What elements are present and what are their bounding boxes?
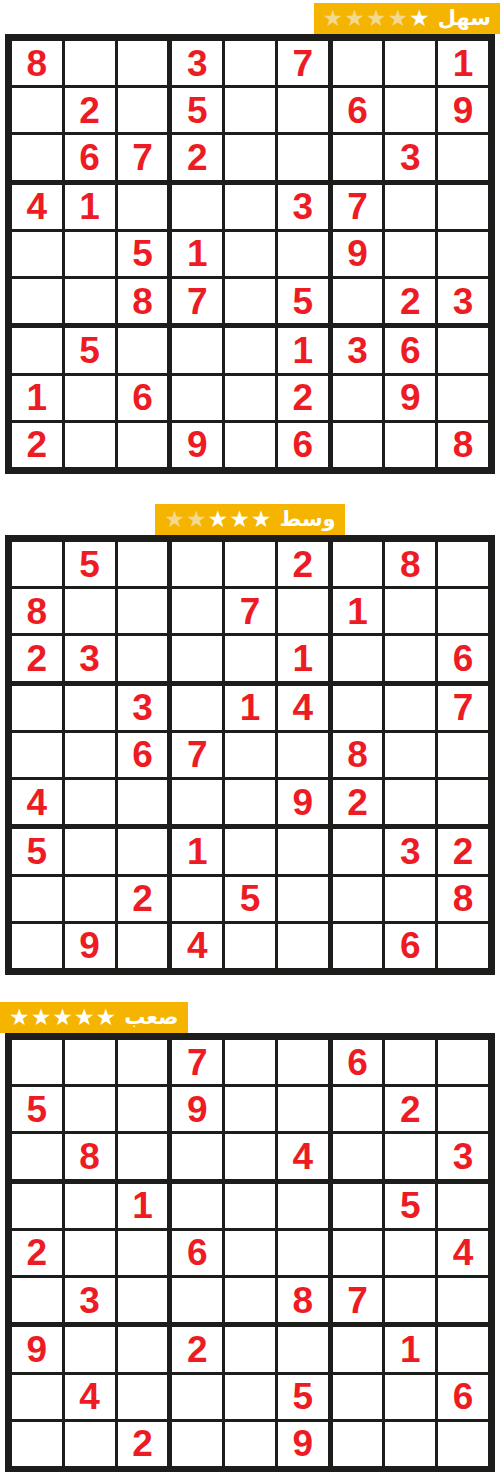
cell-r8c8[interactable]: 9: [385, 376, 435, 420]
sudoku-box: 4158: [12, 185, 167, 324]
cell-r9c1[interactable]: 2: [12, 423, 62, 467]
cell-r9c2[interactable]: [65, 423, 115, 467]
cell-r5c1[interactable]: [12, 733, 62, 777]
cell-r7c4[interactable]: 2: [172, 1327, 222, 1371]
cell-r1c4[interactable]: 3: [172, 41, 222, 85]
cell-r1c6[interactable]: 7: [278, 41, 328, 85]
cell-r6c4[interactable]: [172, 780, 222, 824]
cell-r6c7[interactable]: 2: [333, 780, 383, 824]
cell-r5c5[interactable]: [225, 1231, 275, 1275]
cell-r5c8[interactable]: [385, 232, 435, 276]
cell-r9c6[interactable]: 6: [278, 423, 328, 467]
cell-r6c2[interactable]: [65, 279, 115, 323]
cell-r4c7[interactable]: [333, 1184, 383, 1228]
cell-r5c2[interactable]: [65, 1231, 115, 1275]
cell-r8c1[interactable]: [12, 1375, 62, 1419]
cell-r8c4[interactable]: [172, 376, 222, 420]
difficulty-stars: ★★★★★: [164, 508, 271, 531]
cell-r4c8[interactable]: [385, 686, 435, 730]
sudoku-box: 154: [172, 829, 327, 968]
cell-r7c8[interactable]: 1: [385, 1327, 435, 1371]
cell-r3c2[interactable]: 3: [65, 636, 115, 680]
banner-row-easy: ★★★★★ سهل: [0, 3, 500, 34]
cell-r4c1[interactable]: 4: [12, 185, 62, 229]
cell-r3c3[interactable]: 7: [118, 135, 168, 179]
cell-r3c5[interactable]: [225, 1134, 275, 1178]
cell-r2c7[interactable]: 1: [333, 589, 383, 633]
cell-r8c5[interactable]: [225, 376, 275, 420]
cell-r8c6[interactable]: [278, 877, 328, 921]
cell-r7c8[interactable]: 6: [385, 328, 435, 372]
cell-r9c9[interactable]: [438, 924, 488, 968]
cell-r7c1[interactable]: [12, 328, 62, 372]
cell-r9c4[interactable]: 9: [172, 423, 222, 467]
cell-r8c2[interactable]: [65, 376, 115, 420]
cell-r3c9[interactable]: 3: [438, 1134, 488, 1178]
cell-r5c9[interactable]: [438, 733, 488, 777]
cell-r2c8[interactable]: [385, 589, 435, 633]
cell-r4c9[interactable]: 7: [438, 686, 488, 730]
cell-r7c5[interactable]: [225, 1327, 275, 1371]
star-empty-icon: ★: [323, 7, 344, 30]
cell-r9c6[interactable]: [278, 924, 328, 968]
cell-r5c3[interactable]: [118, 1231, 168, 1275]
cell-r6c6[interactable]: 9: [278, 780, 328, 824]
cell-r9c8[interactable]: 6: [385, 924, 435, 968]
star-empty-icon: ★: [387, 7, 408, 30]
sudoku-box: 623: [333, 1040, 488, 1179]
cell-r6c3[interactable]: 8: [118, 279, 168, 323]
puzzle-hard: ★★★★★ صعب 587946231236854794225916: [0, 1002, 500, 1472]
cell-r1c3[interactable]: [118, 41, 168, 85]
cell-r6c4[interactable]: [172, 1278, 222, 1322]
cell-r5c5[interactable]: [225, 733, 275, 777]
cell-r7c7[interactable]: [333, 829, 383, 873]
cell-r2c9[interactable]: [438, 1087, 488, 1131]
cell-r6c6[interactable]: 5: [278, 279, 328, 323]
cell-r1c4[interactable]: [172, 542, 222, 586]
cell-r8c5[interactable]: [225, 1375, 275, 1419]
cell-r1c2[interactable]: [65, 41, 115, 85]
star-empty-icon: ★: [366, 7, 387, 30]
cell-r7c4[interactable]: 1: [172, 829, 222, 873]
difficulty-stars: ★★★★★: [323, 7, 430, 30]
cell-r6c3[interactable]: [118, 1278, 168, 1322]
cell-r4c4[interactable]: [172, 1184, 222, 1228]
cell-r8c3[interactable]: 2: [118, 877, 168, 921]
cell-r4c7[interactable]: [333, 686, 383, 730]
cell-r5c1[interactable]: [12, 232, 62, 276]
cell-r2c5[interactable]: 7: [225, 589, 275, 633]
sudoku-box: 123: [12, 1184, 167, 1323]
cell-r9c3[interactable]: 2: [118, 1422, 168, 1466]
cell-r9c9[interactable]: 8: [438, 423, 488, 467]
cell-r3c9[interactable]: 6: [438, 636, 488, 680]
cell-r9c2[interactable]: 9: [65, 924, 115, 968]
cell-r2c2[interactable]: [65, 589, 115, 633]
sudoku-box: 3752: [172, 41, 327, 180]
cell-r1c9[interactable]: [438, 542, 488, 586]
cell-r1c5[interactable]: [225, 1040, 275, 1084]
cell-r2c1[interactable]: 5: [12, 1087, 62, 1131]
cell-r3c1[interactable]: [12, 1134, 62, 1178]
cell-r6c7[interactable]: [333, 279, 383, 323]
difficulty-banner-hard: ★★★★★ صعب: [0, 1002, 188, 1033]
cell-r3c7[interactable]: [333, 135, 383, 179]
cell-r4c3[interactable]: 1: [118, 1184, 168, 1228]
cell-r4c4[interactable]: [172, 686, 222, 730]
cell-r9c7[interactable]: [333, 924, 383, 968]
cell-r5c2[interactable]: [65, 733, 115, 777]
star-filled-icon: ★: [229, 508, 250, 531]
cell-r2c7[interactable]: 6: [333, 88, 383, 132]
cell-r3c9[interactable]: [438, 135, 488, 179]
cell-r8c1[interactable]: [12, 877, 62, 921]
cell-r4c3[interactable]: [118, 185, 168, 229]
cell-r3c8[interactable]: [385, 636, 435, 680]
cell-r6c2[interactable]: [65, 780, 115, 824]
sudoku-box: 547: [333, 1184, 488, 1323]
cell-r5c7[interactable]: 9: [333, 232, 383, 276]
star-filled-icon: ★: [96, 1006, 117, 1029]
cell-r2c5[interactable]: [225, 1087, 275, 1131]
sudoku-box: 58: [12, 1040, 167, 1179]
cell-r7c3[interactable]: [118, 1327, 168, 1371]
star-empty-icon: ★: [344, 7, 365, 30]
cell-r3c7[interactable]: [333, 636, 383, 680]
cell-r2c1[interactable]: [12, 88, 62, 132]
cell-r1c4[interactable]: 7: [172, 1040, 222, 1084]
cell-r8c3[interactable]: [118, 1375, 168, 1419]
cell-r6c8[interactable]: [385, 780, 435, 824]
cell-r4c1[interactable]: [12, 1184, 62, 1228]
sudoku-box: 5823: [12, 542, 167, 681]
cell-r4c7[interactable]: 7: [333, 185, 383, 229]
cell-r9c2[interactable]: [65, 1422, 115, 1466]
cell-r5c4[interactable]: 6: [172, 1231, 222, 1275]
sudoku-box: 1693: [333, 41, 488, 180]
cell-r8c7[interactable]: [333, 877, 383, 921]
sudoku-box: 68: [172, 1184, 327, 1323]
sudoku-grid-easy: 826737521693415831757923516212963698: [5, 34, 495, 474]
cell-r1c8[interactable]: [385, 41, 435, 85]
cell-r8c4[interactable]: [172, 1375, 222, 1419]
sudoku-box: 7923: [333, 185, 488, 324]
cell-r6c5[interactable]: [225, 279, 275, 323]
sudoku-box: 259: [172, 1327, 327, 1466]
cell-r6c2[interactable]: 3: [65, 1278, 115, 1322]
cell-r2c6[interactable]: [278, 1087, 328, 1131]
cell-r2c1[interactable]: 8: [12, 589, 62, 633]
sudoku-box: 3698: [333, 328, 488, 467]
cell-r2c4[interactable]: 9: [172, 1087, 222, 1131]
cell-r3c5[interactable]: [225, 135, 275, 179]
cell-r7c1[interactable]: 9: [12, 1327, 62, 1371]
cell-r2c8[interactable]: 2: [385, 1087, 435, 1131]
cell-r6c4[interactable]: 7: [172, 279, 222, 323]
cell-r8c1[interactable]: 1: [12, 376, 62, 420]
star-empty-icon: ★: [186, 508, 207, 531]
star-filled-icon: ★: [9, 1006, 30, 1029]
sudoku-box: 3286: [333, 829, 488, 968]
sudoku-box: 816: [333, 542, 488, 681]
cell-r9c5[interactable]: [225, 924, 275, 968]
sudoku-grid-medium: 582327181636414797825291543286: [5, 535, 495, 975]
cell-r7c4[interactable]: [172, 328, 222, 372]
cell-r4c9[interactable]: [438, 1184, 488, 1228]
cell-r2c6[interactable]: [278, 589, 328, 633]
cell-r7c3[interactable]: [118, 829, 168, 873]
cell-r6c5[interactable]: [225, 780, 275, 824]
cell-r4c3[interactable]: 3: [118, 686, 168, 730]
sudoku-box: 529: [12, 829, 167, 968]
cell-r3c4[interactable]: 2: [172, 135, 222, 179]
cell-r8c9[interactable]: 8: [438, 877, 488, 921]
cell-r1c6[interactable]: [278, 1040, 328, 1084]
cell-r7c1[interactable]: 5: [12, 829, 62, 873]
cell-r8c7[interactable]: [333, 376, 383, 420]
sudoku-box: 782: [333, 686, 488, 825]
cell-r7c2[interactable]: [65, 1327, 115, 1371]
cell-r4c8[interactable]: [385, 185, 435, 229]
cell-r4c1[interactable]: [12, 686, 62, 730]
cell-r5c6[interactable]: [278, 232, 328, 276]
cell-r4c6[interactable]: 3: [278, 185, 328, 229]
cell-r5c9[interactable]: 4: [438, 1231, 488, 1275]
cell-r7c2[interactable]: [65, 829, 115, 873]
cell-r6c3[interactable]: [118, 780, 168, 824]
cell-r9c5[interactable]: [225, 1422, 275, 1466]
banner-row-hard: ★★★★★ صعب: [0, 1002, 500, 1033]
sudoku-box: 8267: [12, 41, 167, 180]
cell-r2c5[interactable]: [225, 88, 275, 132]
cell-r9c8[interactable]: [385, 423, 435, 467]
cell-r7c9[interactable]: 2: [438, 829, 488, 873]
cell-r2c2[interactable]: [65, 1087, 115, 1131]
cell-r4c2[interactable]: 1: [65, 185, 115, 229]
cell-r3c8[interactable]: [385, 1134, 435, 1178]
cell-r5c8[interactable]: [385, 733, 435, 777]
sudoku-page: ★★★★★ سهل 826737521693415831757923516212…: [0, 3, 500, 1472]
cell-r9c7[interactable]: [333, 423, 383, 467]
cell-r4c9[interactable]: [438, 185, 488, 229]
star-filled-icon: ★: [409, 7, 430, 30]
cell-r6c9[interactable]: 3: [438, 279, 488, 323]
cell-r2c9[interactable]: 9: [438, 88, 488, 132]
sudoku-box: 16: [333, 1327, 488, 1466]
cell-r5c2[interactable]: [65, 232, 115, 276]
cell-r6c6[interactable]: 8: [278, 1278, 328, 1322]
cell-r1c1[interactable]: 8: [12, 41, 62, 85]
cell-r5c4[interactable]: 7: [172, 733, 222, 777]
cell-r3c7[interactable]: [333, 1134, 383, 1178]
cell-r9c9[interactable]: [438, 1422, 488, 1466]
cell-r5c6[interactable]: [278, 733, 328, 777]
cell-r5c8[interactable]: [385, 1231, 435, 1275]
sudoku-grid-hard: 587946231236854794225916: [5, 1033, 495, 1472]
cell-r1c7[interactable]: [333, 41, 383, 85]
cell-r1c3[interactable]: [118, 542, 168, 586]
cell-r1c3[interactable]: [118, 1040, 168, 1084]
cell-r6c5[interactable]: [225, 1278, 275, 1322]
cell-r9c5[interactable]: [225, 423, 275, 467]
difficulty-banner-medium: ★★★★★ وسط: [155, 504, 344, 535]
cell-r7c8[interactable]: 3: [385, 829, 435, 873]
cell-r9c4[interactable]: [172, 1422, 222, 1466]
cell-r4c5[interactable]: [225, 1184, 275, 1228]
cell-r4c2[interactable]: [65, 1184, 115, 1228]
cell-r1c7[interactable]: [333, 542, 383, 586]
cell-r9c3[interactable]: [118, 924, 168, 968]
cell-r8c9[interactable]: [438, 376, 488, 420]
cell-r4c4[interactable]: [172, 185, 222, 229]
cell-r1c8[interactable]: 8: [385, 542, 435, 586]
cell-r7c9[interactable]: [438, 1327, 488, 1371]
cell-r5c3[interactable]: 6: [118, 733, 168, 777]
cell-r5c7[interactable]: [333, 1231, 383, 1275]
cell-r8c5[interactable]: 5: [225, 877, 275, 921]
cell-r6c9[interactable]: [438, 780, 488, 824]
cell-r5c1[interactable]: 2: [12, 1231, 62, 1275]
cell-r2c4[interactable]: 5: [172, 88, 222, 132]
cell-r3c1[interactable]: [12, 135, 62, 179]
cell-r9c7[interactable]: [333, 1422, 383, 1466]
cell-r2c3[interactable]: [118, 589, 168, 633]
cell-r7c6[interactable]: [278, 829, 328, 873]
cell-r3c3[interactable]: [118, 636, 168, 680]
cell-r3c8[interactable]: 3: [385, 135, 435, 179]
cell-r2c9[interactable]: [438, 589, 488, 633]
cell-r6c1[interactable]: [12, 279, 62, 323]
cell-r1c9[interactable]: 1: [438, 41, 488, 85]
sudoku-box: 794: [172, 1040, 327, 1179]
cell-r4c2[interactable]: [65, 686, 115, 730]
cell-r8c9[interactable]: 6: [438, 1375, 488, 1419]
sudoku-box: 5162: [12, 328, 167, 467]
cell-r3c5[interactable]: [225, 636, 275, 680]
cell-r9c1[interactable]: [12, 1422, 62, 1466]
cell-r6c7[interactable]: 7: [333, 1278, 383, 1322]
cell-r8c7[interactable]: [333, 1375, 383, 1419]
sudoku-box: 364: [12, 686, 167, 825]
cell-r2c3[interactable]: [118, 88, 168, 132]
cell-r1c2[interactable]: 5: [65, 542, 115, 586]
cell-r9c3[interactable]: [118, 423, 168, 467]
cell-r7c3[interactable]: [118, 328, 168, 372]
cell-r7c5[interactable]: [225, 328, 275, 372]
cell-r1c6[interactable]: 2: [278, 542, 328, 586]
cell-r3c1[interactable]: 2: [12, 636, 62, 680]
cell-r8c8[interactable]: [385, 1375, 435, 1419]
cell-r6c1[interactable]: 4: [12, 780, 62, 824]
cell-r9c8[interactable]: [385, 1422, 435, 1466]
cell-r8c6[interactable]: 2: [278, 376, 328, 420]
cell-r8c3[interactable]: 6: [118, 376, 168, 420]
cell-r6c9[interactable]: [438, 1278, 488, 1322]
cell-r3c2[interactable]: 8: [65, 1134, 115, 1178]
cell-r1c2[interactable]: [65, 1040, 115, 1084]
cell-r1c1[interactable]: [12, 542, 62, 586]
cell-r9c6[interactable]: 9: [278, 1422, 328, 1466]
cell-r8c2[interactable]: [65, 877, 115, 921]
cell-r2c7[interactable]: [333, 1087, 383, 1131]
star-filled-icon: ★: [251, 508, 272, 531]
cell-r8c8[interactable]: [385, 877, 435, 921]
cell-r2c6[interactable]: [278, 88, 328, 132]
star-filled-icon: ★: [208, 508, 229, 531]
cell-r8c2[interactable]: 4: [65, 1375, 115, 1419]
difficulty-label: صعب: [124, 1007, 178, 1028]
cell-r3c4[interactable]: [172, 636, 222, 680]
cell-r3c6[interactable]: [278, 135, 328, 179]
banner-row-medium: ★★★★★ وسط: [0, 504, 500, 535]
puzzle-medium: ★★★★★ وسط 582327181636414797825291543286: [0, 504, 500, 975]
cell-r3c3[interactable]: [118, 1134, 168, 1178]
cell-r3c6[interactable]: 1: [278, 636, 328, 680]
cell-r2c3[interactable]: [118, 1087, 168, 1131]
difficulty-label: سهل: [438, 8, 491, 29]
cell-r5c4[interactable]: 1: [172, 232, 222, 276]
star-filled-icon: ★: [31, 1006, 52, 1029]
cell-r4c6[interactable]: 4: [278, 686, 328, 730]
cell-r9c4[interactable]: 4: [172, 924, 222, 968]
cell-r7c5[interactable]: [225, 829, 275, 873]
cell-r1c9[interactable]: [438, 1040, 488, 1084]
cell-r1c5[interactable]: [225, 41, 275, 85]
cell-r5c9[interactable]: [438, 232, 488, 276]
cell-r5c6[interactable]: [278, 1231, 328, 1275]
cell-r7c7[interactable]: [333, 1327, 383, 1371]
cell-r2c4[interactable]: [172, 589, 222, 633]
cell-r7c6[interactable]: [278, 1327, 328, 1371]
cell-r4c5[interactable]: 1: [225, 686, 275, 730]
cell-r3c4[interactable]: [172, 1134, 222, 1178]
cell-r5c3[interactable]: 5: [118, 232, 168, 276]
cell-r7c6[interactable]: 1: [278, 328, 328, 372]
cell-r3c2[interactable]: 6: [65, 135, 115, 179]
star-filled-icon: ★: [74, 1006, 95, 1029]
cell-r2c8[interactable]: [385, 88, 435, 132]
sudoku-box: 942: [12, 1327, 167, 1466]
cell-r4c8[interactable]: 5: [385, 1184, 435, 1228]
cell-r4c5[interactable]: [225, 185, 275, 229]
cell-r2c2[interactable]: 2: [65, 88, 115, 132]
cell-r8c6[interactable]: 5: [278, 1375, 328, 1419]
difficulty-stars: ★★★★★: [9, 1006, 116, 1029]
cell-r1c7[interactable]: 6: [333, 1040, 383, 1084]
cell-r7c9[interactable]: [438, 328, 488, 372]
cell-r8c4[interactable]: [172, 877, 222, 921]
cell-r3c6[interactable]: 4: [278, 1134, 328, 1178]
cell-r4c6[interactable]: [278, 1184, 328, 1228]
puzzle-easy: ★★★★★ سهل 826737521693415831757923516212…: [0, 3, 500, 474]
cell-r5c7[interactable]: 8: [333, 733, 383, 777]
cell-r6c8[interactable]: 2: [385, 279, 435, 323]
star-empty-icon: ★: [164, 508, 185, 531]
cell-r1c8[interactable]: [385, 1040, 435, 1084]
cell-r7c2[interactable]: 5: [65, 328, 115, 372]
cell-r7c7[interactable]: 3: [333, 328, 383, 372]
cell-r1c1[interactable]: [12, 1040, 62, 1084]
cell-r9c1[interactable]: [12, 924, 62, 968]
cell-r1c5[interactable]: [225, 542, 275, 586]
cell-r6c8[interactable]: [385, 1278, 435, 1322]
cell-r6c1[interactable]: [12, 1278, 62, 1322]
cell-r5c5[interactable]: [225, 232, 275, 276]
sudoku-box: 3175: [172, 185, 327, 324]
difficulty-banner-easy: ★★★★★ سهل: [314, 3, 500, 34]
sudoku-box: 271: [172, 542, 327, 681]
